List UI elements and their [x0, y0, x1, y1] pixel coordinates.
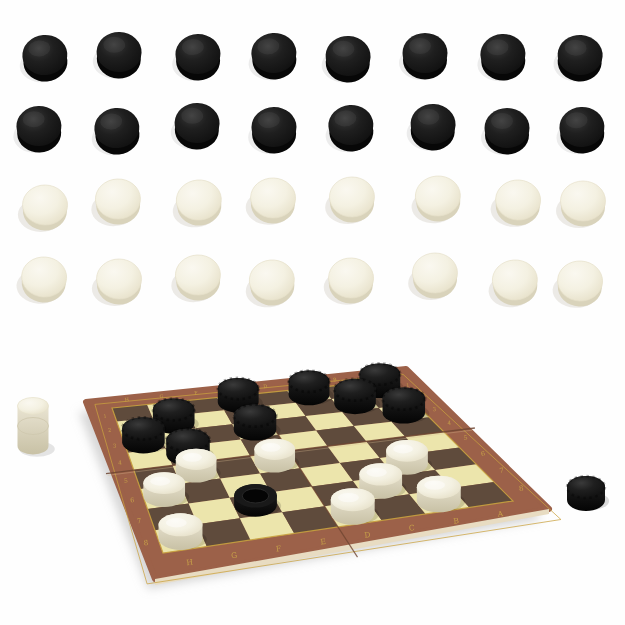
file-label-far-G: G	[159, 394, 164, 399]
piece-highlight	[491, 113, 513, 129]
piece-highlight	[150, 477, 170, 486]
piece-top	[218, 378, 259, 399]
file-label-near-G: G	[231, 551, 238, 561]
piece-top	[289, 371, 330, 392]
file-label-near-E: E	[320, 537, 327, 547]
stack-top	[18, 398, 49, 415]
piece-highlight	[393, 444, 413, 453]
piece-hollow-center	[242, 489, 268, 503]
piece-highlight	[424, 480, 445, 489]
checkers-set-product-photo: HHGGFFEEDDCCBBAA1122334455667788	[0, 0, 625, 625]
file-label-far-H: H	[124, 397, 129, 402]
piece-highlight	[338, 493, 359, 502]
piece-highlight	[261, 443, 280, 452]
piece-top	[561, 181, 606, 221]
piece-top	[22, 185, 68, 226]
piece-highlight	[183, 453, 202, 462]
piece-highlight	[366, 468, 386, 477]
black-man-E3[interactable]	[234, 405, 281, 441]
file-label-far-D: D	[263, 384, 268, 389]
file-label-near-F: F	[275, 544, 281, 554]
piece-top	[329, 177, 375, 218]
rank-label-right-3: 3	[432, 406, 436, 412]
black-man-A3[interactable]	[383, 388, 430, 424]
piece-highlight	[166, 518, 187, 527]
file-label-near-D: D	[364, 530, 371, 540]
scene: HHGGFFEEDDCCBBAA1122334455667788	[0, 0, 625, 625]
piece-top	[412, 253, 458, 294]
piece-top	[96, 259, 142, 300]
piece-highlight	[409, 38, 431, 54]
black-man-H3[interactable]	[122, 417, 169, 453]
